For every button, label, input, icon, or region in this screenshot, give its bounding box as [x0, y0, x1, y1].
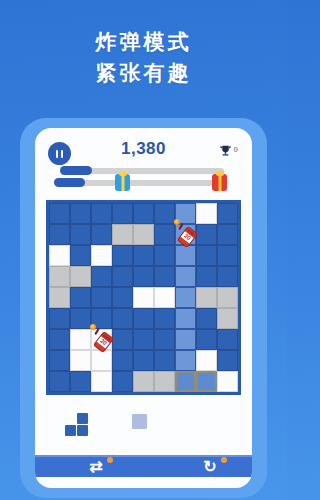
board-cell-r2c6[interactable]: [175, 245, 196, 266]
board-cell-r5c4[interactable]: [133, 308, 154, 329]
board-cell-r0c0[interactable]: [49, 203, 70, 224]
board-cell-r7c3[interactable]: [112, 350, 133, 371]
board-cell-r3c6[interactable]: [175, 266, 196, 287]
board-cell-r4c0[interactable]: [49, 287, 70, 308]
board-cell-r8c7[interactable]: [196, 371, 217, 392]
board-cell-r6c2[interactable]: [91, 329, 112, 350]
progress-bar-bottom: [56, 180, 226, 186]
board-cell-r6c8[interactable]: [217, 329, 238, 350]
empty-slot: [199, 414, 223, 438]
board-cell-r1c2[interactable]: [91, 224, 112, 245]
board-cell-r7c2[interactable]: [91, 350, 112, 371]
progress-fill-top: [60, 166, 92, 175]
board-cell-r3c1[interactable]: [70, 266, 91, 287]
corner-piece[interactable]: [65, 413, 89, 437]
board-cell-r3c8[interactable]: [217, 266, 238, 287]
board-cell-r6c6[interactable]: [175, 329, 196, 350]
board-cell-r2c8[interactable]: [217, 245, 238, 266]
trophy-count: 0: [234, 145, 238, 154]
swap-notification-dot: [107, 457, 113, 463]
board-cell-r1c1[interactable]: [70, 224, 91, 245]
board-cell-r1c3[interactable]: [112, 224, 133, 245]
board-cell-r5c1[interactable]: [70, 308, 91, 329]
phone-frame: 1,380 0 2020 ⇄ ↻: [20, 118, 267, 498]
gift-blue-icon: [115, 174, 130, 191]
board-cell-r4c8[interactable]: [217, 287, 238, 308]
board-cell-r2c5[interactable]: [154, 245, 175, 266]
board-cell-r8c0[interactable]: [49, 371, 70, 392]
board-cell-r2c4[interactable]: [133, 245, 154, 266]
board-cell-r2c7[interactable]: [196, 245, 217, 266]
gift-red-icon: [212, 174, 227, 191]
board-cell-r4c1[interactable]: [70, 287, 91, 308]
board-cell-r7c1[interactable]: [70, 350, 91, 371]
board-cell-r3c0[interactable]: [49, 266, 70, 287]
board-cell-r8c6[interactable]: [175, 371, 196, 392]
trophy-counter: 0: [219, 144, 238, 157]
board-cell-r5c7[interactable]: [196, 308, 217, 329]
board-cell-r8c4[interactable]: [133, 371, 154, 392]
board-cell-r0c2[interactable]: [91, 203, 112, 224]
board-cell-r8c8[interactable]: [217, 371, 238, 392]
board-cell-r5c0[interactable]: [49, 308, 70, 329]
board-cell-r4c3[interactable]: [112, 287, 133, 308]
board-cell-r0c3[interactable]: [112, 203, 133, 224]
board-cell-r6c1[interactable]: [70, 329, 91, 350]
board-cell-r1c0[interactable]: [49, 224, 70, 245]
board-cell-r4c5[interactable]: [154, 287, 175, 308]
trophy-icon: [219, 144, 232, 157]
board-cell-r4c4[interactable]: [133, 287, 154, 308]
single-square-piece[interactable]: [132, 414, 164, 446]
board-cell-r5c6[interactable]: [175, 308, 196, 329]
board-cell-r4c7[interactable]: [196, 287, 217, 308]
board-cell-r0c4[interactable]: [133, 203, 154, 224]
promo-title: 炸弹模式 紧张有趣: [0, 26, 287, 88]
board-cell-r3c2[interactable]: [91, 266, 112, 287]
board-cell-r7c0[interactable]: [49, 350, 70, 371]
progress-fill-bottom: [54, 178, 85, 187]
board-cell-r0c1[interactable]: [70, 203, 91, 224]
board-cell-r7c8[interactable]: [217, 350, 238, 371]
game-card: 1,380 0 2020 ⇄ ↻: [35, 128, 252, 488]
board-cell-r5c8[interactable]: [217, 308, 238, 329]
board-cell-r6c3[interactable]: [112, 329, 133, 350]
board-cell-r8c5[interactable]: [154, 371, 175, 392]
board-cell-r0c8[interactable]: [217, 203, 238, 224]
board-cell-r3c3[interactable]: [112, 266, 133, 287]
board-cell-r3c7[interactable]: [196, 266, 217, 287]
refresh-notification-dot: [221, 457, 227, 463]
board-cell-r3c4[interactable]: [133, 266, 154, 287]
board-cell-r0c7[interactable]: [196, 203, 217, 224]
board-cell-r8c3[interactable]: [112, 371, 133, 392]
board-cell-r8c1[interactable]: [70, 371, 91, 392]
board-cell-r2c2[interactable]: [91, 245, 112, 266]
bottom-action-bar: ⇄ ↻: [35, 455, 252, 477]
board-cell-r8c2[interactable]: [91, 371, 112, 392]
progress-bar-top: [62, 168, 224, 174]
promo-title-line1: 炸弹模式: [0, 26, 287, 57]
board-cell-r4c2[interactable]: [91, 287, 112, 308]
board-cell-r5c2[interactable]: [91, 308, 112, 329]
board-cell-r1c7[interactable]: [196, 224, 217, 245]
board-cell-r2c3[interactable]: [112, 245, 133, 266]
board-cell-r7c5[interactable]: [154, 350, 175, 371]
board-cell-r7c6[interactable]: [175, 350, 196, 371]
board-cell-r1c8[interactable]: [217, 224, 238, 245]
promo-title-line2: 紧张有趣: [0, 57, 287, 88]
board-cell-r1c6[interactable]: [175, 224, 196, 245]
board-cell-r0c5[interactable]: [154, 203, 175, 224]
board-cell-r2c1[interactable]: [70, 245, 91, 266]
board-cell-r2c0[interactable]: [49, 245, 70, 266]
board-cell-r6c7[interactable]: [196, 329, 217, 350]
board-cell-r6c4[interactable]: [133, 329, 154, 350]
board-cell-r1c5[interactable]: [154, 224, 175, 245]
board-cell-r3c5[interactable]: [154, 266, 175, 287]
board-cell-r7c4[interactable]: [133, 350, 154, 371]
board-cell-r4c6[interactable]: [175, 287, 196, 308]
board-cell-r0c6[interactable]: [175, 203, 196, 224]
board-cell-r6c5[interactable]: [154, 329, 175, 350]
board-cell-r6c0[interactable]: [49, 329, 70, 350]
board-grid: [46, 200, 241, 395]
board-cell-r1c4[interactable]: [133, 224, 154, 245]
board-cell-r7c7[interactable]: [196, 350, 217, 371]
board-cell-r5c5[interactable]: [154, 308, 175, 329]
board-cell-r5c3[interactable]: [112, 308, 133, 329]
